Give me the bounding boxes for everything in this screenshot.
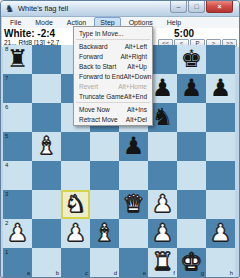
- piece-black-pawn-g7[interactable]: ♟: [177, 74, 206, 103]
- square-a4[interactable]: 4: [3, 161, 32, 190]
- piece-white-queen-e3[interactable]: ♛: [119, 190, 148, 219]
- piece-white-pawn-f3[interactable]: ♟: [148, 190, 177, 219]
- white-clock: White: -2:4: [4, 28, 55, 39]
- rank-label: 8: [5, 46, 8, 52]
- square-g8[interactable]: ♚: [177, 45, 206, 74]
- square-b8[interactable]: [32, 45, 61, 74]
- square-e4[interactable]: [119, 161, 148, 190]
- square-b5[interactable]: ♝: [32, 132, 61, 161]
- piece-black-king-g8[interactable]: ♚: [177, 45, 206, 74]
- square-g5[interactable]: [177, 132, 206, 161]
- square-c3[interactable]: ♞: [61, 190, 90, 219]
- square-g7[interactable]: ♟: [177, 74, 206, 103]
- square-d3[interactable]: [90, 190, 119, 219]
- square-c2[interactable]: ♟: [61, 219, 90, 248]
- square-g3[interactable]: [177, 190, 206, 219]
- window-title: White's flag fell: [18, 4, 68, 13]
- menu-item-shortcut: Alt+End: [124, 93, 147, 100]
- square-b6[interactable]: [32, 103, 61, 132]
- maximize-button[interactable]: □: [188, 1, 205, 13]
- square-b4[interactable]: [32, 161, 61, 190]
- menu-item-forward[interactable]: ForwardAlt+Right: [74, 51, 152, 61]
- piece-white-bishop-b5[interactable]: ♝: [32, 132, 61, 161]
- square-e1[interactable]: e: [119, 248, 148, 277]
- square-f2[interactable]: ♟: [148, 219, 177, 248]
- square-h4[interactable]: [206, 161, 235, 190]
- menu-item-label: Back to Start: [79, 63, 116, 70]
- black-clock: 5:00: [174, 28, 194, 39]
- square-e5[interactable]: ♟: [119, 132, 148, 161]
- menu-item-label: Forward: [79, 53, 103, 60]
- square-d1[interactable]: d: [90, 248, 119, 277]
- menu-separator: [76, 102, 150, 103]
- square-a2[interactable]: 2♟: [3, 219, 32, 248]
- file-label: e: [143, 270, 146, 276]
- square-h1[interactable]: h: [206, 248, 235, 277]
- square-g4[interactable]: [177, 161, 206, 190]
- square-a8[interactable]: 8♜: [3, 45, 32, 74]
- menu-item-shortcut: Alt+Ins: [127, 106, 147, 113]
- menu-item-label: Move Now: [79, 106, 110, 113]
- winboard-window: ♞ White's flag fell – □ × FileModeAction…: [0, 0, 240, 278]
- piece-white-pawn-f2[interactable]: ♟: [148, 219, 177, 248]
- square-d5[interactable]: [90, 132, 119, 161]
- piece-white-knight-c3[interactable]: ♞: [61, 190, 90, 219]
- menu-item-label: Retract Move: [79, 116, 118, 123]
- square-e3[interactable]: ♛: [119, 190, 148, 219]
- square-g6[interactable]: [177, 103, 206, 132]
- file-label: h: [230, 270, 233, 276]
- file-label: b: [56, 270, 59, 276]
- menu-help[interactable]: Help: [161, 17, 187, 28]
- menu-file[interactable]: File: [4, 17, 27, 28]
- square-a3[interactable]: 3: [3, 190, 32, 219]
- piece-white-bishop-d2[interactable]: ♝: [90, 219, 119, 248]
- title-bar[interactable]: ♞ White's flag fell – □ ×: [1, 1, 239, 17]
- menu-item-revert: RevertAlt+Home: [74, 81, 152, 91]
- square-f5[interactable]: [148, 132, 177, 161]
- square-f3[interactable]: ♟: [148, 190, 177, 219]
- square-a6[interactable]: 6: [3, 103, 32, 132]
- menu-item-label: Backward: [79, 43, 108, 50]
- menu-item-type-in-move[interactable]: Type In Move...: [74, 28, 152, 38]
- square-f4[interactable]: [148, 161, 177, 190]
- menu-item-retract-move[interactable]: Retract MoveAlt+Del: [74, 114, 152, 124]
- file-label: g: [201, 270, 204, 276]
- piece-black-pawn-h7[interactable]: ♟: [206, 74, 235, 103]
- rank-label: 5: [5, 133, 8, 139]
- window-controls: – □ ×: [169, 1, 233, 13]
- menu-mode[interactable]: Mode: [29, 17, 59, 28]
- file-label: d: [114, 270, 117, 276]
- square-d2[interactable]: ♝: [90, 219, 119, 248]
- menu-item-shortcut: Alt+Up: [127, 63, 147, 70]
- piece-black-pawn-e5[interactable]: ♟: [119, 132, 148, 161]
- square-g1[interactable]: g♚: [177, 248, 206, 277]
- square-c4[interactable]: [61, 161, 90, 190]
- menu-item-label: Truncate Game: [79, 93, 124, 100]
- menu-item-shortcut: Alt+Home: [118, 83, 147, 90]
- square-a7[interactable]: 7: [3, 74, 32, 103]
- rank-label: 6: [5, 104, 8, 110]
- square-b7[interactable]: [32, 74, 61, 103]
- menu-item-shortcut: Alt+Right: [120, 53, 147, 60]
- menu-item-forward-to-end[interactable]: Forward to EndAlt+Down: [74, 71, 152, 81]
- menu-item-move-now[interactable]: Move NowAlt+Ins: [74, 104, 152, 114]
- rank-label: 7: [5, 75, 8, 81]
- rank-label: 1: [5, 249, 8, 255]
- square-b1[interactable]: b: [32, 248, 61, 277]
- rank-label: 4: [5, 162, 8, 168]
- menu-item-label: Revert: [79, 83, 98, 90]
- piece-white-pawn-c2[interactable]: ♟: [61, 219, 90, 248]
- file-label: f: [173, 270, 175, 276]
- square-f1[interactable]: f♜: [148, 248, 177, 277]
- piece-white-pawn-h2[interactable]: ♟: [206, 219, 235, 248]
- square-h5[interactable]: [206, 132, 235, 161]
- menu-item-back-to-start[interactable]: Back to StartAlt+Up: [74, 61, 152, 71]
- file-label: c: [85, 270, 88, 276]
- square-c5[interactable]: [61, 132, 90, 161]
- square-g2[interactable]: [177, 219, 206, 248]
- app-knight-icon: ♞: [5, 2, 14, 15]
- square-h2[interactable]: ♟: [206, 219, 235, 248]
- rank-label: 3: [5, 191, 8, 197]
- square-h6[interactable]: [206, 103, 235, 132]
- square-c1[interactable]: c: [61, 248, 90, 277]
- square-d4[interactable]: [90, 161, 119, 190]
- rank-label: 2: [5, 220, 8, 226]
- file-label: a: [27, 270, 30, 276]
- close-button[interactable]: ×: [206, 1, 233, 13]
- menu-item-label: Forward to End: [79, 73, 123, 80]
- menu-item-shortcut: Alt+Left: [125, 43, 147, 50]
- square-h7[interactable]: ♟: [206, 74, 235, 103]
- menu-item-shortcut: Alt+Down: [123, 73, 151, 80]
- square-h3[interactable]: [206, 190, 235, 219]
- square-b2[interactable]: [32, 219, 61, 248]
- square-a1[interactable]: 1a: [3, 248, 32, 277]
- step-menu: Type In Move...BackwardAlt+LeftForwardAl…: [73, 26, 153, 126]
- minimize-button[interactable]: –: [170, 1, 187, 13]
- menu-item-shortcut: Alt+Del: [126, 116, 147, 123]
- menu-item-backward[interactable]: BackwardAlt+Left: [74, 41, 152, 51]
- menu-item-label: Type In Move...: [79, 30, 123, 37]
- square-e2[interactable]: [119, 219, 148, 248]
- menu-item-truncate-game[interactable]: Truncate GameAlt+End: [74, 91, 152, 101]
- menu-separator: [76, 39, 150, 40]
- square-b3[interactable]: [32, 190, 61, 219]
- square-a5[interactable]: 5: [3, 132, 32, 161]
- square-h8[interactable]: [206, 45, 235, 74]
